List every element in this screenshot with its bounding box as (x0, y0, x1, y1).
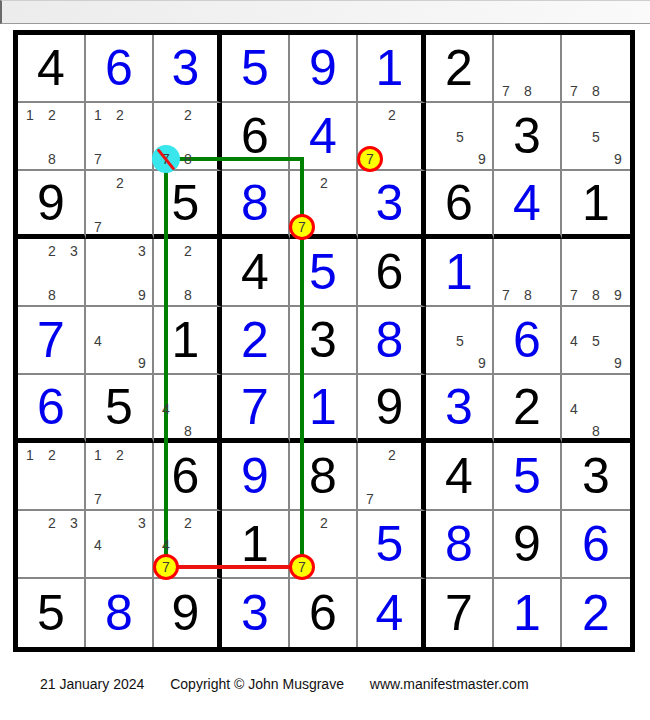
cell-r5c8[interactable]: 6 (494, 307, 562, 375)
pencil-9: 9 (472, 149, 492, 169)
pencil-2: 2 (110, 173, 130, 193)
cell-r5c6[interactable]: 8 (358, 307, 426, 375)
pencil-7: 7 (360, 489, 380, 509)
pencil-7: 7 (88, 217, 108, 237)
solved-digit: 1 (290, 375, 356, 438)
pencil-7: 7 (564, 285, 584, 305)
cell-r8c7[interactable]: 8 (426, 511, 494, 579)
pencil-4: 4 (156, 399, 176, 419)
cell-r3c6[interactable]: 3 (358, 171, 426, 239)
cell-r4c9[interactable]: 789 (562, 239, 630, 307)
pencil-7: 7 (292, 217, 312, 237)
cell-r9c9[interactable]: 2 (562, 579, 630, 647)
cell-r7c1[interactable]: 12 (18, 443, 86, 511)
pencil-7: 7 (88, 149, 108, 169)
cell-r2c4[interactable]: 6 (222, 103, 290, 171)
cell-r6c5[interactable]: 1 (290, 375, 358, 443)
cell-r4c3[interactable]: 28 (154, 239, 222, 307)
cell-r7c6[interactable]: 27 (358, 443, 426, 511)
cell-r6c3[interactable]: 48 (154, 375, 222, 443)
cell-r7c9[interactable]: 3 (562, 443, 630, 511)
cell-r4c8[interactable]: 78 (494, 239, 562, 307)
solved-digit: 6 (562, 511, 630, 577)
cell-r5c2[interactable]: 49 (86, 307, 154, 375)
cell-r9c2[interactable]: 8 (86, 579, 154, 647)
pencil-4: 4 (88, 331, 108, 351)
cell-r5c5[interactable]: 3 (290, 307, 358, 375)
cell-r3c9[interactable]: 1 (562, 171, 630, 239)
pencil-2: 2 (42, 445, 62, 465)
cell-r4c4[interactable]: 4 (222, 239, 290, 307)
pencil-9: 9 (132, 285, 152, 305)
footer-website: www.manifestmaster.com (370, 676, 529, 692)
cell-r1c5[interactable]: 9 (290, 35, 358, 103)
cell-r8c8[interactable]: 9 (494, 511, 562, 579)
pencil-3: 3 (132, 241, 152, 261)
cell-r2c7[interactable]: 59 (426, 103, 494, 171)
solved-digit: 5 (222, 35, 288, 101)
cell-r1c7[interactable]: 2 (426, 35, 494, 103)
cell-r3c5[interactable]: 27 (290, 171, 358, 239)
cell-r7c2[interactable]: 127 (86, 443, 154, 511)
solved-digit: 4 (494, 171, 560, 234)
solved-digit: 2 (562, 579, 630, 647)
pencil-2: 2 (178, 241, 198, 261)
given-digit: 4 (222, 239, 288, 305)
pencil-4: 4 (564, 331, 584, 351)
solved-digit: 7 (18, 307, 84, 373)
cell-r5c3[interactable]: 1 (154, 307, 222, 375)
cell-r4c2[interactable]: 39 (86, 239, 154, 307)
given-digit: 4 (426, 443, 492, 509)
cell-r7c3[interactable]: 6 (154, 443, 222, 511)
solved-digit: 1 (426, 239, 492, 305)
given-digit: 6 (290, 579, 356, 647)
cell-r7c8[interactable]: 5 (494, 443, 562, 511)
given-digit: 8 (290, 443, 356, 509)
pencil-4: 4 (88, 535, 108, 555)
pencil-7: 7 (496, 285, 516, 305)
pencil-1: 1 (20, 105, 40, 125)
pencil-8: 8 (42, 149, 62, 169)
cell-r9c8[interactable]: 1 (494, 579, 562, 647)
pencil-5: 5 (450, 331, 470, 351)
solved-digit: 2 (222, 307, 288, 373)
pencil-8: 8 (586, 421, 606, 441)
cell-r9c5[interactable]: 6 (290, 579, 358, 647)
cell-r3c3[interactable]: 5 (154, 171, 222, 239)
given-digit: 9 (18, 171, 84, 234)
solved-digit: 5 (494, 443, 560, 509)
pencil-2: 2 (382, 445, 402, 465)
cell-r2c3[interactable]: 278 (154, 103, 222, 171)
solved-digit: 8 (222, 171, 288, 234)
cell-r2c1[interactable]: 128 (18, 103, 86, 171)
given-digit: 3 (494, 103, 560, 169)
cell-r8c5[interactable]: 27 (290, 511, 358, 579)
solved-digit: 6 (18, 375, 84, 438)
given-digit: 4 (18, 35, 84, 101)
solved-digit: 1 (358, 35, 421, 101)
solved-digit: 3 (154, 35, 217, 101)
given-digit: 6 (154, 443, 217, 509)
solved-digit: 4 (290, 103, 356, 169)
solved-digit: 5 (290, 239, 356, 305)
pencil-4: 4 (156, 535, 176, 555)
cell-r1c6[interactable]: 1 (358, 35, 426, 103)
cell-r8c3[interactable]: 247 (154, 511, 222, 579)
given-digit: 9 (154, 579, 217, 647)
cell-r9c6[interactable]: 4 (358, 579, 426, 647)
pencil-7: 7 (496, 81, 516, 101)
footer-copyright: Copyright © John Musgrave (170, 676, 344, 692)
cell-r2c5[interactable]: 4 (290, 103, 358, 171)
sudoku-board: 4635912787812812727864275935992758273641… (13, 30, 635, 652)
pencil-1: 1 (20, 445, 40, 465)
given-digit: 9 (358, 375, 421, 438)
given-digit: 5 (18, 579, 84, 647)
cell-r2c2[interactable]: 127 (86, 103, 154, 171)
pencil-3: 3 (132, 513, 152, 533)
cell-r7c5[interactable]: 8 (290, 443, 358, 511)
cell-r6c2[interactable]: 5 (86, 375, 154, 443)
solved-digit: 9 (290, 35, 356, 101)
pencil-8: 8 (42, 285, 62, 305)
pencil-5: 5 (450, 127, 470, 147)
cell-r8c2[interactable]: 34 (86, 511, 154, 579)
cell-r7c7[interactable]: 4 (426, 443, 494, 511)
cell-r1c8[interactable]: 78 (494, 35, 562, 103)
pencil-8: 8 (178, 421, 198, 441)
given-digit: 1 (154, 307, 217, 373)
pencil-8: 8 (586, 81, 606, 101)
pencil-9: 9 (608, 285, 628, 305)
pencil-8: 8 (586, 285, 606, 305)
cell-r6c8[interactable]: 2 (494, 375, 562, 443)
solved-digit: 8 (426, 511, 492, 577)
sudoku-grid: 4635912787812812727864275935992758273641… (18, 35, 630, 647)
pencil-3: 3 (64, 241, 84, 261)
solved-digit: 6 (494, 307, 560, 373)
cell-r3c7[interactable]: 6 (426, 171, 494, 239)
footer: 21 January 2024 Copyright © John Musgrav… (40, 676, 551, 692)
pencil-2: 2 (42, 513, 62, 533)
solved-digit: 6 (86, 35, 152, 101)
pencil-1: 1 (88, 445, 108, 465)
pencil-5: 5 (586, 331, 606, 351)
pencil-9: 9 (608, 353, 628, 373)
solved-digit: 8 (358, 307, 421, 373)
pencil-4: 4 (564, 399, 584, 419)
given-digit: 6 (358, 239, 421, 305)
cell-r8c9[interactable]: 6 (562, 511, 630, 579)
cell-r3c1[interactable]: 9 (18, 171, 86, 239)
cell-r6c9[interactable]: 48 (562, 375, 630, 443)
cell-r8c6[interactable]: 5 (358, 511, 426, 579)
pencil-9: 9 (132, 353, 152, 373)
pencil-8: 8 (518, 81, 538, 101)
pencil-9: 9 (472, 353, 492, 373)
cell-r2c8[interactable]: 3 (494, 103, 562, 171)
pencil-7: 7 (292, 557, 312, 577)
cell-r9c4[interactable]: 3 (222, 579, 290, 647)
cell-r8c1[interactable]: 23 (18, 511, 86, 579)
cell-r5c7[interactable]: 59 (426, 307, 494, 375)
footer-date: 21 January 2024 (40, 676, 144, 692)
pencil-2: 2 (110, 105, 130, 125)
pencil-7: 7 (564, 81, 584, 101)
cell-r9c1[interactable]: 5 (18, 579, 86, 647)
cell-r5c4[interactable]: 2 (222, 307, 290, 375)
given-digit: 6 (222, 103, 288, 169)
pencil-9: 9 (608, 149, 628, 169)
cell-r1c2[interactable]: 6 (86, 35, 154, 103)
cell-r1c1[interactable]: 4 (18, 35, 86, 103)
cell-r5c9[interactable]: 459 (562, 307, 630, 375)
cell-r3c8[interactable]: 4 (494, 171, 562, 239)
given-digit: 2 (426, 35, 492, 101)
cell-r4c1[interactable]: 238 (18, 239, 86, 307)
cell-r6c4[interactable]: 7 (222, 375, 290, 443)
solved-digit: 9 (222, 443, 288, 509)
cell-r5c1[interactable]: 7 (18, 307, 86, 375)
cell-r1c4[interactable]: 5 (222, 35, 290, 103)
given-digit: 5 (154, 171, 217, 234)
given-digit: 6 (426, 171, 492, 234)
pencil-2: 2 (42, 105, 62, 125)
pencil-7: 7 (156, 557, 176, 577)
cell-r3c2[interactable]: 27 (86, 171, 154, 239)
pencil-8: 8 (178, 149, 198, 169)
given-digit: 9 (494, 511, 560, 577)
pencil-3: 3 (64, 513, 84, 533)
pencil-2: 2 (382, 105, 402, 125)
given-digit: 5 (86, 375, 152, 438)
cell-r7c4[interactable]: 9 (222, 443, 290, 511)
solved-digit: 1 (494, 579, 560, 647)
cell-r8c4[interactable]: 1 (222, 511, 290, 579)
pencil-2: 2 (178, 105, 198, 125)
solved-digit: 7 (222, 375, 288, 438)
solved-digit: 8 (86, 579, 152, 647)
cell-r4c7[interactable]: 1 (426, 239, 494, 307)
pencil-7: 7 (156, 149, 176, 169)
cell-r6c7[interactable]: 3 (426, 375, 494, 443)
pencil-2: 2 (314, 513, 334, 533)
pencil-2: 2 (42, 241, 62, 261)
given-digit: 2 (494, 375, 560, 438)
cell-r4c6[interactable]: 6 (358, 239, 426, 307)
given-digit: 3 (290, 307, 356, 373)
solved-digit: 3 (358, 171, 421, 234)
solved-digit: 4 (358, 579, 421, 647)
pencil-2: 2 (178, 513, 198, 533)
pencil-7: 7 (360, 149, 380, 169)
pencil-1: 1 (88, 105, 108, 125)
cell-r1c3[interactable]: 3 (154, 35, 222, 103)
solved-digit: 3 (426, 375, 492, 438)
cell-r9c3[interactable]: 9 (154, 579, 222, 647)
solved-digit: 3 (222, 579, 288, 647)
given-digit: 1 (222, 511, 288, 577)
cell-r2c6[interactable]: 27 (358, 103, 426, 171)
given-digit: 7 (426, 579, 492, 647)
cell-r2c9[interactable]: 59 (562, 103, 630, 171)
pencil-2: 2 (110, 445, 130, 465)
cell-r9c7[interactable]: 7 (426, 579, 494, 647)
pencil-5: 5 (586, 127, 606, 147)
pencil-2: 2 (314, 173, 334, 193)
pencil-8: 8 (178, 285, 198, 305)
pencil-7: 7 (88, 489, 108, 509)
given-digit: 1 (562, 171, 630, 234)
cell-r4c5[interactable]: 5 (290, 239, 358, 307)
cell-r6c6[interactable]: 9 (358, 375, 426, 443)
cell-r3c4[interactable]: 8 (222, 171, 290, 239)
window-top-bar (0, 0, 650, 24)
pencil-8: 8 (518, 285, 538, 305)
cell-r6c1[interactable]: 6 (18, 375, 86, 443)
given-digit: 3 (562, 443, 630, 509)
solved-digit: 5 (358, 511, 421, 577)
cell-r1c9[interactable]: 78 (562, 35, 630, 103)
